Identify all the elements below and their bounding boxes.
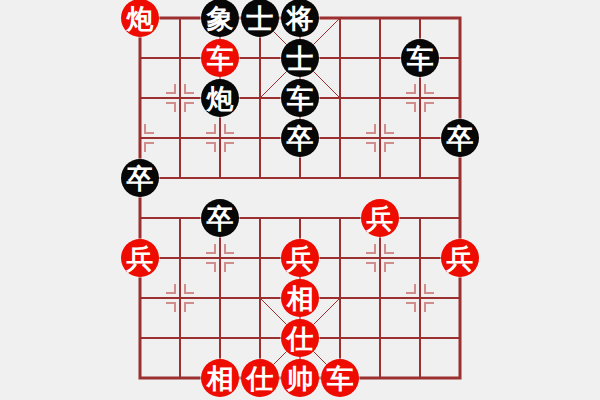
black-elephant[interactable]: 象 <box>201 0 239 37</box>
xiangqi-board[interactable]: 炮象士将车士车炮车卒卒卒卒兵兵兵兵相仕相仕帅车 <box>0 0 600 400</box>
red-chariot[interactable]: 车 <box>321 359 359 397</box>
black-advisor[interactable]: 士 <box>281 39 319 77</box>
red-soldier[interactable]: 兵 <box>361 199 399 237</box>
red-soldier[interactable]: 兵 <box>121 239 159 277</box>
black-soldier[interactable]: 卒 <box>121 159 159 197</box>
red-soldier[interactable]: 兵 <box>281 239 319 277</box>
black-chariot[interactable]: 车 <box>281 79 319 117</box>
red-general[interactable]: 帅 <box>281 359 319 397</box>
red-advisor[interactable]: 仕 <box>241 359 279 397</box>
black-soldier[interactable]: 卒 <box>201 199 239 237</box>
red-advisor[interactable]: 仕 <box>281 319 319 357</box>
red-chariot[interactable]: 车 <box>201 39 239 77</box>
black-cannon[interactable]: 炮 <box>201 79 239 117</box>
red-cannon[interactable]: 炮 <box>121 0 159 37</box>
red-soldier[interactable]: 兵 <box>441 239 479 277</box>
red-elephant[interactable]: 相 <box>281 279 319 317</box>
black-general[interactable]: 将 <box>281 0 319 37</box>
black-chariot[interactable]: 车 <box>401 39 439 77</box>
black-soldier[interactable]: 卒 <box>281 119 319 157</box>
red-elephant[interactable]: 相 <box>201 359 239 397</box>
black-advisor[interactable]: 士 <box>241 0 279 37</box>
pieces-layer: 炮象士将车士车炮车卒卒卒卒兵兵兵兵相仕相仕帅车 <box>120 0 480 398</box>
black-soldier[interactable]: 卒 <box>441 119 479 157</box>
